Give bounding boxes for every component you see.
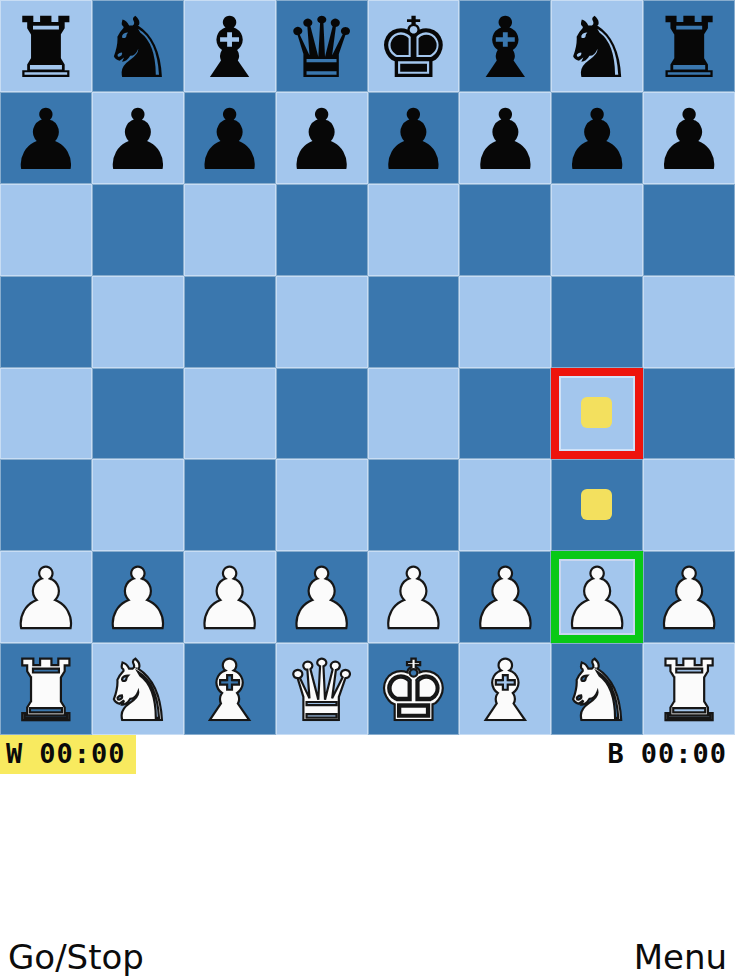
- black-knight-piece: ♞: [560, 6, 635, 90]
- square-b5[interactable]: [92, 276, 184, 368]
- white-bishop-piece: ♝: [192, 649, 267, 733]
- black-pawn-piece: ♟: [376, 98, 451, 182]
- square-h6[interactable]: [643, 184, 735, 276]
- square-c1[interactable]: ♝: [184, 643, 276, 735]
- square-d6[interactable]: [276, 184, 368, 276]
- square-c7[interactable]: ♟: [184, 92, 276, 184]
- square-f1[interactable]: ♝: [459, 643, 551, 735]
- square-g4[interactable]: [551, 368, 643, 460]
- white-rook-piece: ♜: [8, 649, 83, 733]
- white-pawn-piece: ♟: [468, 557, 543, 641]
- black-pawn-piece: ♟: [651, 98, 726, 182]
- square-f3[interactable]: [459, 459, 551, 551]
- white-rook-piece: ♜: [651, 649, 726, 733]
- square-b2[interactable]: ♟: [92, 551, 184, 643]
- softkey-bar: Go/Stop Menu: [0, 936, 735, 980]
- chess-app-screen: ♜♞♝♛♚♝♞♜♟♟♟♟♟♟♟♟♟♟♟♟♟♟♟♟♜♞♝♛♚♝♞♜ W00:00 …: [0, 0, 735, 980]
- square-d4[interactable]: [276, 368, 368, 460]
- square-d5[interactable]: [276, 276, 368, 368]
- square-b8[interactable]: ♞: [92, 0, 184, 92]
- square-e7[interactable]: ♟: [368, 92, 460, 184]
- square-a2[interactable]: ♟: [0, 551, 92, 643]
- square-a5[interactable]: [0, 276, 92, 368]
- black-bishop-piece: ♝: [192, 6, 267, 90]
- square-g2[interactable]: ♟: [551, 551, 643, 643]
- black-knight-piece: ♞: [100, 6, 175, 90]
- black-pawn-piece: ♟: [192, 98, 267, 182]
- square-b3[interactable]: [92, 459, 184, 551]
- white-pawn-piece: ♟: [192, 557, 267, 641]
- square-a8[interactable]: ♜: [0, 0, 92, 92]
- black-bishop-piece: ♝: [468, 6, 543, 90]
- square-b6[interactable]: [92, 184, 184, 276]
- square-c5[interactable]: [184, 276, 276, 368]
- square-c3[interactable]: [184, 459, 276, 551]
- square-e8[interactable]: ♚: [368, 0, 460, 92]
- black-clock-label: B: [607, 738, 624, 769]
- white-pawn-piece: ♟: [376, 557, 451, 641]
- square-g1[interactable]: ♞: [551, 643, 643, 735]
- square-h4[interactable]: [643, 368, 735, 460]
- square-f2[interactable]: ♟: [459, 551, 551, 643]
- square-f6[interactable]: [459, 184, 551, 276]
- square-b1[interactable]: ♞: [92, 643, 184, 735]
- chess-board: ♜♞♝♛♚♝♞♜♟♟♟♟♟♟♟♟♟♟♟♟♟♟♟♟♜♞♝♛♚♝♞♜: [0, 0, 735, 735]
- white-pawn-piece: ♟: [100, 557, 175, 641]
- square-a3[interactable]: [0, 459, 92, 551]
- black-pawn-piece: ♟: [100, 98, 175, 182]
- square-d2[interactable]: ♟: [276, 551, 368, 643]
- square-d1[interactable]: ♛: [276, 643, 368, 735]
- square-e2[interactable]: ♟: [368, 551, 460, 643]
- black-rook-piece: ♜: [651, 6, 726, 90]
- square-c2[interactable]: ♟: [184, 551, 276, 643]
- white-bishop-piece: ♝: [468, 649, 543, 733]
- square-a6[interactable]: [0, 184, 92, 276]
- white-queen-piece: ♛: [284, 649, 359, 733]
- black-clock-time: 00:00: [641, 738, 727, 769]
- square-b4[interactable]: [92, 368, 184, 460]
- square-g3[interactable]: [551, 459, 643, 551]
- square-e1[interactable]: ♚: [368, 643, 460, 735]
- square-f8[interactable]: ♝: [459, 0, 551, 92]
- square-g7[interactable]: ♟: [551, 92, 643, 184]
- white-clock: W00:00: [0, 735, 136, 774]
- white-pawn-piece: ♟: [284, 557, 359, 641]
- square-g6[interactable]: [551, 184, 643, 276]
- square-h1[interactable]: ♜: [643, 643, 735, 735]
- white-knight-piece: ♞: [560, 649, 635, 733]
- square-h5[interactable]: [643, 276, 735, 368]
- square-g5[interactable]: [551, 276, 643, 368]
- square-f4[interactable]: [459, 368, 551, 460]
- square-e4[interactable]: [368, 368, 460, 460]
- square-d7[interactable]: ♟: [276, 92, 368, 184]
- black-pawn-piece: ♟: [468, 98, 543, 182]
- white-knight-piece: ♞: [100, 649, 175, 733]
- square-d8[interactable]: ♛: [276, 0, 368, 92]
- square-g8[interactable]: ♞: [551, 0, 643, 92]
- black-pawn-piece: ♟: [8, 98, 83, 182]
- square-e3[interactable]: [368, 459, 460, 551]
- white-clock-label: W: [6, 738, 23, 769]
- square-a4[interactable]: [0, 368, 92, 460]
- black-rook-piece: ♜: [8, 6, 83, 90]
- softkey-menu[interactable]: Menu: [634, 936, 727, 979]
- square-h8[interactable]: ♜: [643, 0, 735, 92]
- white-clock-time: 00:00: [39, 738, 125, 769]
- square-h7[interactable]: ♟: [643, 92, 735, 184]
- white-pawn-piece: ♟: [560, 557, 635, 641]
- square-c4[interactable]: [184, 368, 276, 460]
- white-pawn-piece: ♟: [651, 557, 726, 641]
- white-pawn-piece: ♟: [8, 557, 83, 641]
- square-f7[interactable]: ♟: [459, 92, 551, 184]
- softkey-go-stop[interactable]: Go/Stop: [8, 936, 144, 979]
- black-queen-piece: ♛: [284, 6, 359, 90]
- square-c8[interactable]: ♝: [184, 0, 276, 92]
- square-c6[interactable]: [184, 184, 276, 276]
- square-b7[interactable]: ♟: [92, 92, 184, 184]
- square-h3[interactable]: [643, 459, 735, 551]
- black-pawn-piece: ♟: [560, 98, 635, 182]
- square-e6[interactable]: [368, 184, 460, 276]
- square-e5[interactable]: [368, 276, 460, 368]
- move-hint-marker: [581, 489, 612, 520]
- square-f5[interactable]: [459, 276, 551, 368]
- black-king-piece: ♚: [376, 6, 451, 90]
- square-d3[interactable]: [276, 459, 368, 551]
- black-clock: B00:00: [601, 735, 735, 774]
- square-h2[interactable]: ♟: [643, 551, 735, 643]
- clock-bar: W00:00 B00:00: [0, 735, 735, 775]
- black-pawn-piece: ♟: [284, 98, 359, 182]
- square-a7[interactable]: ♟: [0, 92, 92, 184]
- move-hint-marker: [581, 397, 612, 428]
- square-a1[interactable]: ♜: [0, 643, 92, 735]
- white-king-piece: ♚: [376, 649, 451, 733]
